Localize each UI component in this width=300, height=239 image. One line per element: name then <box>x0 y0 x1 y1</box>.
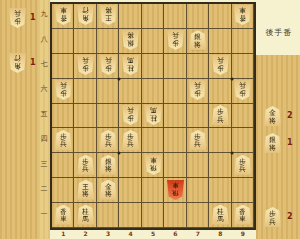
square-6七[interactable] <box>164 54 186 79</box>
square-8二[interactable] <box>209 178 231 203</box>
square-9八[interactable] <box>232 29 254 54</box>
sente-piece-歩兵[interactable]: 歩兵 <box>9 8 26 28</box>
sente-piece-歩兵[interactable]: 歩兵 <box>122 105 139 125</box>
gote-piece-銀将[interactable]: 銀将 <box>100 155 117 175</box>
square-9四[interactable] <box>232 128 254 153</box>
square-2四[interactable] <box>74 128 96 153</box>
square-2六[interactable] <box>74 79 96 104</box>
square-5八[interactable] <box>142 29 164 54</box>
sente-piece-角行[interactable]: 角行 <box>9 53 26 73</box>
rank-label-六: 六 <box>38 85 50 93</box>
gote-piece-香車[interactable]: 香車 <box>234 205 251 225</box>
file-label-2: 2 <box>79 230 93 237</box>
square-7一[interactable] <box>187 203 209 228</box>
gote-hand-count-金将: 2 <box>287 111 293 120</box>
gote-piece-歩兵[interactable]: 歩兵 <box>189 130 206 150</box>
square-6六[interactable] <box>164 79 186 104</box>
gote-piece-歩兵[interactable]: 歩兵 <box>264 207 281 227</box>
square-5九[interactable] <box>142 4 164 29</box>
gote-piece-香車[interactable]: 香車 <box>55 205 72 225</box>
gote-piece-桂馬[interactable]: 桂馬 <box>212 205 229 225</box>
turn-indicator-label: 後手番 <box>258 27 300 38</box>
shogi-board: 香車角行王将香車銀将歩兵銀将歩兵歩兵桂馬歩兵歩兵歩兵歩兵歩兵桂馬歩兵歩兵歩兵歩兵… <box>50 2 256 230</box>
square-9五[interactable] <box>232 104 254 129</box>
square-8三[interactable] <box>209 153 231 178</box>
square-3六[interactable] <box>97 79 119 104</box>
file-label-4: 4 <box>124 230 138 237</box>
square-5六[interactable] <box>142 79 164 104</box>
sente-hand-count-歩兵: 1 <box>30 13 36 22</box>
shogi-app: { "game": "shogi", "status": { "turn_ind… <box>0 0 300 239</box>
hoshi-dot <box>118 152 121 155</box>
file-label-5: 5 <box>146 230 160 237</box>
gote-hand-count-銀将: 1 <box>287 138 293 147</box>
gote-piece-金将[interactable]: 金将 <box>264 106 281 126</box>
square-8九[interactable] <box>209 4 231 29</box>
square-2八[interactable] <box>74 29 96 54</box>
square-1八[interactable] <box>52 29 74 54</box>
rank-label-四: 四 <box>38 135 50 143</box>
square-4二[interactable] <box>119 178 141 203</box>
gote-hand-count-歩兵: 2 <box>287 212 293 221</box>
sente-piece-飛車[interactable]: 飛車 <box>167 180 184 200</box>
rank-label-一: 一 <box>38 210 50 218</box>
sente-piece-飛車[interactable]: 飛車 <box>145 155 162 175</box>
gote-piece-金将[interactable]: 金将 <box>100 180 117 200</box>
square-3一[interactable] <box>97 203 119 228</box>
square-4一[interactable] <box>119 203 141 228</box>
square-4三[interactable] <box>119 153 141 178</box>
gote-piece-歩兵[interactable]: 歩兵 <box>212 105 229 125</box>
square-7九[interactable] <box>187 4 209 29</box>
rank-label-八: 八 <box>38 35 50 43</box>
gote-piece-歩兵[interactable]: 歩兵 <box>55 130 72 150</box>
square-9二[interactable] <box>232 178 254 203</box>
sente-hand-count-角行: 1 <box>30 58 36 67</box>
square-6四[interactable] <box>164 128 186 153</box>
square-7七[interactable] <box>187 54 209 79</box>
file-label-6: 6 <box>168 230 182 237</box>
square-5一[interactable] <box>142 203 164 228</box>
square-2五[interactable] <box>74 104 96 129</box>
file-label-3: 3 <box>101 230 115 237</box>
gote-piece-歩兵[interactable]: 歩兵 <box>122 130 139 150</box>
square-8六[interactable] <box>209 79 231 104</box>
gote-piece-王将[interactable]: 王将 <box>77 180 94 200</box>
hoshi-dot <box>118 77 121 80</box>
square-8八[interactable] <box>209 29 231 54</box>
gote-piece-銀将[interactable]: 銀将 <box>264 133 281 153</box>
square-8四[interactable] <box>209 128 231 153</box>
sente-hand-tray: 歩兵1角行1 <box>0 0 38 239</box>
gote-piece-歩兵[interactable]: 歩兵 <box>100 130 117 150</box>
square-6五[interactable] <box>164 104 186 129</box>
square-1五[interactable] <box>52 104 74 129</box>
rank-label-七: 七 <box>38 60 50 68</box>
rank-label-九: 九 <box>38 10 50 18</box>
square-1七[interactable] <box>52 54 74 79</box>
square-3五[interactable] <box>97 104 119 129</box>
square-6三[interactable] <box>164 153 186 178</box>
square-4六[interactable] <box>119 79 141 104</box>
rank-label-五: 五 <box>38 110 50 118</box>
square-1三[interactable] <box>52 153 74 178</box>
hoshi-dot <box>230 152 233 155</box>
gote-piece-歩兵[interactable]: 歩兵 <box>77 155 94 175</box>
gote-piece-歩兵[interactable]: 歩兵 <box>234 155 251 175</box>
square-5四[interactable] <box>142 128 164 153</box>
file-label-7: 7 <box>191 230 205 237</box>
square-6九[interactable] <box>164 4 186 29</box>
rank-label-strip: 九八七六五四三二一 <box>38 0 50 239</box>
square-7三[interactable] <box>187 153 209 178</box>
file-label-1: 1 <box>56 230 70 237</box>
square-7二[interactable] <box>187 178 209 203</box>
square-9七[interactable] <box>232 54 254 79</box>
rank-label-三: 三 <box>38 160 50 168</box>
rank-label-二: 二 <box>38 185 50 193</box>
file-label-8: 8 <box>213 230 227 237</box>
hoshi-dot <box>230 77 233 80</box>
file-label-9: 9 <box>236 230 250 237</box>
square-5七[interactable] <box>142 54 164 79</box>
square-5二[interactable] <box>142 178 164 203</box>
square-4九[interactable] <box>119 4 141 29</box>
gote-piece-桂馬[interactable]: 桂馬 <box>77 205 94 225</box>
gote-piece-銀将[interactable]: 銀将 <box>189 30 206 50</box>
square-3八[interactable] <box>97 29 119 54</box>
square-1二[interactable] <box>52 178 74 203</box>
gote-hand-tray: 金将2銀将1歩兵2 <box>256 55 300 239</box>
square-6一[interactable] <box>164 203 186 228</box>
square-7五[interactable] <box>187 104 209 129</box>
